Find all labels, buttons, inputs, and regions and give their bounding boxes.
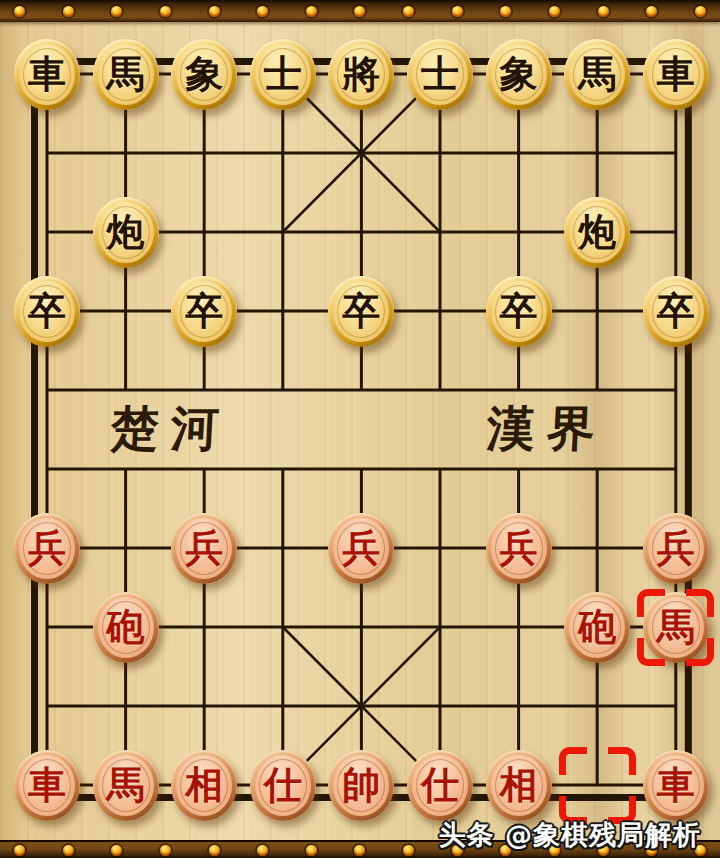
nail-stud xyxy=(354,845,365,856)
piece-black-advisor[interactable]: 士 xyxy=(250,39,316,110)
nail-stud xyxy=(306,845,317,856)
piece-character: 砲 xyxy=(578,608,616,646)
piece-face: 馬 xyxy=(648,597,704,658)
piece-red-chariot[interactable]: 車 xyxy=(643,750,709,821)
piece-character: 卒 xyxy=(185,292,223,330)
piece-character: 兵 xyxy=(342,529,380,567)
piece-black-soldier[interactable]: 卒 xyxy=(328,276,394,347)
piece-black-soldier[interactable]: 卒 xyxy=(171,276,237,347)
piece-red-soldier[interactable]: 兵 xyxy=(486,513,552,584)
piece-character: 相 xyxy=(500,766,538,804)
piece-black-chariot[interactable]: 車 xyxy=(643,39,709,110)
piece-character: 車 xyxy=(28,55,66,93)
piece-black-horse[interactable]: 馬 xyxy=(93,39,159,110)
piece-red-elephant[interactable]: 相 xyxy=(486,750,552,821)
piece-black-elephant[interactable]: 象 xyxy=(171,39,237,110)
piece-face: 車 xyxy=(19,44,75,105)
nail-stud xyxy=(598,6,609,17)
nail-stud xyxy=(306,6,317,17)
piece-character: 卒 xyxy=(657,292,695,330)
piece-face: 卒 xyxy=(648,281,704,342)
piece-face: 砲 xyxy=(98,597,154,658)
piece-character: 士 xyxy=(264,55,302,93)
piece-red-soldier[interactable]: 兵 xyxy=(643,513,709,584)
piece-face: 將 xyxy=(333,44,389,105)
piece-face: 帥 xyxy=(333,755,389,816)
piece-character: 仕 xyxy=(421,766,459,804)
piece-black-elephant[interactable]: 象 xyxy=(486,39,552,110)
piece-character: 車 xyxy=(657,766,695,804)
piece-red-chariot[interactable]: 車 xyxy=(14,750,80,821)
nail-stud xyxy=(695,6,706,17)
piece-character: 車 xyxy=(657,55,695,93)
piece-character: 卒 xyxy=(500,292,538,330)
piece-face: 馬 xyxy=(98,44,154,105)
piece-character: 將 xyxy=(342,55,380,93)
piece-face: 象 xyxy=(176,44,232,105)
piece-red-advisor[interactable]: 仕 xyxy=(250,750,316,821)
piece-character: 卒 xyxy=(342,292,380,330)
piece-face: 士 xyxy=(255,44,311,105)
piece-red-soldier[interactable]: 兵 xyxy=(171,513,237,584)
piece-face: 馬 xyxy=(569,44,625,105)
piece-red-cannon[interactable]: 砲 xyxy=(564,592,630,663)
piece-character: 砲 xyxy=(107,608,145,646)
piece-character: 馬 xyxy=(107,766,145,804)
piece-face: 相 xyxy=(176,755,232,816)
nail-stud xyxy=(257,6,268,17)
piece-character: 兵 xyxy=(185,529,223,567)
piece-character: 車 xyxy=(28,766,66,804)
piece-face: 相 xyxy=(491,755,547,816)
piece-face: 仕 xyxy=(255,755,311,816)
piece-character: 相 xyxy=(185,766,223,804)
piece-face: 車 xyxy=(648,755,704,816)
board[interactable]: 車馬象士將士象馬車炮炮卒卒卒卒卒兵兵兵兵兵砲砲馬車馬相仕帥仕相車 xyxy=(8,35,715,825)
piece-black-soldier[interactable]: 卒 xyxy=(486,276,552,347)
piece-face: 卒 xyxy=(19,281,75,342)
piece-face: 車 xyxy=(648,44,704,105)
piece-red-soldier[interactable]: 兵 xyxy=(14,513,80,584)
piece-character: 炮 xyxy=(578,213,616,251)
piece-face: 砲 xyxy=(569,597,625,658)
nail-stud xyxy=(403,845,414,856)
piece-character: 象 xyxy=(500,55,538,93)
piece-character: 馬 xyxy=(107,55,145,93)
piece-character: 馬 xyxy=(578,55,616,93)
watermark: 头条 @象棋残局解析 xyxy=(439,817,701,853)
nail-stud xyxy=(354,6,365,17)
piece-character: 象 xyxy=(185,55,223,93)
piece-character: 炮 xyxy=(107,213,145,251)
piece-black-horse[interactable]: 馬 xyxy=(564,39,630,110)
nail-stud xyxy=(160,845,171,856)
piece-black-soldier[interactable]: 卒 xyxy=(643,276,709,347)
nail-stud xyxy=(63,6,74,17)
piece-red-elephant[interactable]: 相 xyxy=(171,750,237,821)
piece-red-general[interactable]: 帥 xyxy=(328,750,394,821)
piece-character: 士 xyxy=(421,55,459,93)
piece-face: 士 xyxy=(412,44,468,105)
piece-character: 帥 xyxy=(342,766,380,804)
piece-character: 仕 xyxy=(264,766,302,804)
piece-red-advisor[interactable]: 仕 xyxy=(407,750,473,821)
piece-face: 炮 xyxy=(98,202,154,263)
marker-corner-icon xyxy=(559,747,587,775)
piece-face: 兵 xyxy=(333,518,389,579)
nail-stud xyxy=(209,845,220,856)
nail-stud xyxy=(403,6,414,17)
nail-stud xyxy=(14,845,25,856)
top-rail xyxy=(0,0,720,22)
piece-face: 卒 xyxy=(176,281,232,342)
piece-black-general[interactable]: 將 xyxy=(328,39,394,110)
nail-stud xyxy=(14,6,25,17)
piece-black-cannon[interactable]: 炮 xyxy=(93,197,159,268)
piece-face: 車 xyxy=(19,755,75,816)
piece-character: 兵 xyxy=(657,529,695,567)
piece-face: 馬 xyxy=(98,755,154,816)
piece-face: 象 xyxy=(491,44,547,105)
piece-red-cannon[interactable]: 砲 xyxy=(93,592,159,663)
piece-face: 兵 xyxy=(176,518,232,579)
piece-black-chariot[interactable]: 車 xyxy=(14,39,80,110)
nail-stud xyxy=(549,6,560,17)
piece-face: 兵 xyxy=(491,518,547,579)
piece-black-advisor[interactable]: 士 xyxy=(407,39,473,110)
piece-red-horse[interactable]: 馬 xyxy=(93,750,159,821)
piece-face: 仕 xyxy=(412,755,468,816)
marker-corner-icon xyxy=(608,747,636,775)
nail-stud xyxy=(646,6,657,17)
piece-face: 卒 xyxy=(491,281,547,342)
nail-stud xyxy=(160,6,171,17)
piece-red-horse[interactable]: 馬 xyxy=(643,592,709,663)
piece-black-soldier[interactable]: 卒 xyxy=(14,276,80,347)
piece-character: 馬 xyxy=(657,608,695,646)
piece-character: 兵 xyxy=(28,529,66,567)
piece-face: 兵 xyxy=(648,518,704,579)
piece-face: 卒 xyxy=(333,281,389,342)
nail-stud xyxy=(209,6,220,17)
nail-stud xyxy=(111,845,122,856)
piece-character: 兵 xyxy=(500,529,538,567)
piece-face: 炮 xyxy=(569,202,625,263)
piece-red-soldier[interactable]: 兵 xyxy=(328,513,394,584)
nail-stud xyxy=(500,6,511,17)
xiangqi-board-screen: 楚河 漢界 車馬象士將士象馬車炮炮卒卒卒卒卒兵兵兵兵兵砲砲馬車馬相仕帥仕相車 头… xyxy=(0,0,720,858)
piece-character: 卒 xyxy=(28,292,66,330)
nail-stud xyxy=(452,6,463,17)
piece-face: 兵 xyxy=(19,518,75,579)
nail-stud xyxy=(257,845,268,856)
nail-stud xyxy=(111,6,122,17)
piece-black-cannon[interactable]: 炮 xyxy=(564,197,630,268)
move-marker-origin xyxy=(559,747,636,824)
nail-stud xyxy=(63,845,74,856)
